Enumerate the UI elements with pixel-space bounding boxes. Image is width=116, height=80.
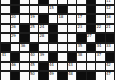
white-cell-r6c2[interactable] <box>20 52 30 62</box>
white-cell-r8c0[interactable] <box>1 71 11 80</box>
clue-number: 37 <box>97 53 102 58</box>
white-cell-r7c6[interactable] <box>58 62 68 72</box>
white-cell-r7c0[interactable] <box>1 62 11 72</box>
crossword-screenshot: 1115122019181716262524232221292827363534… <box>0 0 115 80</box>
clue-number: 22 <box>97 25 102 30</box>
white-cell-r2c2[interactable] <box>20 14 30 24</box>
white-cell-r5c1[interactable] <box>11 43 21 53</box>
white-cell-r5c10[interactable]: 34 <box>96 43 106 53</box>
white-cell-r6c9[interactable] <box>87 52 97 62</box>
white-cell-r4c1[interactable]: 29 <box>11 33 21 43</box>
white-cell-r1c5[interactable]: 15 <box>49 5 59 15</box>
white-cell-r6c4[interactable]: 39 <box>39 52 49 62</box>
black-cell-r8c9 <box>87 71 97 80</box>
white-cell-r5c8[interactable]: 35 <box>77 43 87 53</box>
white-cell-r7c1[interactable]: 46 <box>11 62 21 72</box>
white-cell-r8c3[interactable]: 50 <box>30 71 40 80</box>
white-cell-r3c0[interactable] <box>1 24 11 34</box>
clue-number: 24 <box>40 25 45 30</box>
black-cell-r6c11 <box>106 52 116 62</box>
white-cell-r3c4[interactable]: 24 <box>39 24 49 34</box>
black-cell-r1c6 <box>58 5 68 15</box>
white-cell-r3c11[interactable]: 21 <box>106 24 116 34</box>
white-cell-r8c11[interactable]: 47 <box>106 71 116 80</box>
clue-number: 39 <box>40 53 45 58</box>
white-cell-r8c10[interactable] <box>96 71 106 80</box>
black-cell-r6c7 <box>68 52 78 62</box>
black-cell-r5c0 <box>1 43 11 53</box>
clue-number: 46 <box>11 63 16 68</box>
crossword-grid: 1115122019181716262524232221292827363534… <box>0 0 115 80</box>
white-cell-r2c10[interactable] <box>96 14 106 24</box>
white-cell-r6c3[interactable]: 40 <box>30 52 40 62</box>
white-cell-r2c8[interactable]: 17 <box>77 14 87 24</box>
white-cell-r7c11[interactable]: 42 <box>106 62 116 72</box>
clue-number: 42 <box>106 63 111 68</box>
clue-number: 25 <box>30 25 35 30</box>
white-cell-r1c11[interactable]: 12 <box>106 5 116 15</box>
white-cell-r1c10[interactable] <box>96 5 106 15</box>
white-cell-r7c5[interactable]: 44 <box>49 62 59 72</box>
white-cell-r6c0[interactable]: 41 <box>1 52 11 62</box>
black-cell-r4c2 <box>20 33 30 43</box>
black-cell-r6c5 <box>49 52 59 62</box>
black-cell-r1c9 <box>87 5 97 15</box>
clue-number: 18 <box>59 15 64 20</box>
white-cell-r2c3[interactable]: 19 <box>30 14 40 24</box>
white-cell-r8c2[interactable] <box>20 71 30 80</box>
white-cell-r1c3[interactable] <box>30 5 40 15</box>
black-cell-r5c3 <box>30 43 40 53</box>
clue-number: 27 <box>87 34 92 39</box>
black-cell-r1c1 <box>11 5 21 15</box>
clue-number: 28 <box>40 34 45 39</box>
white-cell-r8c5[interactable]: 49 <box>49 71 59 80</box>
white-cell-r5c4[interactable] <box>39 43 49 53</box>
white-cell-r4c9[interactable]: 27 <box>87 33 97 43</box>
clue-number: 44 <box>49 63 54 68</box>
black-cell-r2c4 <box>39 14 49 24</box>
white-cell-r1c0[interactable] <box>1 5 11 15</box>
black-cell-r4c10 <box>96 33 106 43</box>
clue-number: 34 <box>97 44 102 49</box>
white-cell-r6c10[interactable]: 37 <box>96 52 106 62</box>
white-cell-r7c8[interactable] <box>77 62 87 72</box>
white-cell-r5c2[interactable]: 36 <box>20 43 30 53</box>
white-cell-r6c6[interactable] <box>58 52 68 62</box>
white-cell-r7c9[interactable] <box>87 62 97 72</box>
clue-number: 21 <box>106 25 111 30</box>
clue-number: 45 <box>30 63 35 68</box>
black-cell-r6c1 <box>11 52 21 62</box>
white-cell-r2c0[interactable] <box>1 14 11 24</box>
clue-number: 17 <box>78 15 83 20</box>
black-cell-r8c1 <box>11 71 21 80</box>
white-cell-r7c3[interactable]: 45 <box>30 62 40 72</box>
clue-number: 43 <box>68 63 73 68</box>
black-cell-r3c5 <box>49 24 59 34</box>
black-cell-r2c9 <box>87 14 97 24</box>
white-cell-r3c10[interactable]: 22 <box>96 24 106 34</box>
white-cell-r1c4[interactable] <box>39 5 49 15</box>
white-cell-r2c6[interactable]: 18 <box>58 14 68 24</box>
clue-number: 20 <box>11 15 16 20</box>
white-cell-r4c4[interactable]: 28 <box>39 33 49 43</box>
clue-number: 47 <box>106 72 111 77</box>
clue-number: 33 <box>106 44 111 49</box>
white-cell-r1c8[interactable] <box>77 5 87 15</box>
white-cell-r2c1[interactable]: 20 <box>11 14 21 24</box>
black-cell-r3c9 <box>87 24 97 34</box>
black-cell-r8c4 <box>39 71 49 80</box>
white-cell-r6c8[interactable]: 38 <box>77 52 87 62</box>
clue-number: 12 <box>106 6 111 11</box>
black-cell-r4c11 <box>106 33 116 43</box>
clue-number: 41 <box>2 53 7 58</box>
white-cell-r1c7[interactable] <box>68 5 78 15</box>
white-cell-r4c3[interactable] <box>30 33 40 43</box>
white-cell-r3c7[interactable] <box>68 24 78 34</box>
white-cell-r5c7[interactable] <box>68 43 78 53</box>
white-cell-r8c7[interactable]: 48 <box>68 71 78 80</box>
black-cell-r4c8 <box>77 33 87 43</box>
clue-number: 49 <box>49 72 54 77</box>
black-cell-r8c6 <box>58 71 68 80</box>
white-cell-r4c0[interactable] <box>1 33 11 43</box>
white-cell-r3c8[interactable]: 23 <box>77 24 87 34</box>
white-cell-r4c6[interactable] <box>58 33 68 43</box>
white-cell-r3c1[interactable]: 26 <box>11 24 21 34</box>
white-cell-r5c11[interactable]: 33 <box>106 43 116 53</box>
clue-number: 23 <box>78 25 83 30</box>
clue-number: 35 <box>78 44 83 49</box>
white-cell-r5c5[interactable] <box>49 43 59 53</box>
clue-number: 50 <box>30 72 35 77</box>
white-cell-r5c6[interactable] <box>58 43 68 53</box>
clue-number: 26 <box>11 25 16 30</box>
black-cell-r4c5 <box>49 33 59 43</box>
clue-number: 15 <box>49 6 54 11</box>
black-cell-r7c4 <box>39 62 49 72</box>
white-cell-r7c2[interactable] <box>20 62 30 72</box>
clue-number: 11 <box>106 0 111 4</box>
clue-number: 19 <box>30 15 35 20</box>
clue-number: 48 <box>68 72 73 77</box>
black-cell-r8c8 <box>77 71 87 80</box>
black-cell-r5c9 <box>87 43 97 53</box>
clue-number: 36 <box>21 44 26 49</box>
white-cell-r7c10[interactable] <box>96 62 106 72</box>
white-cell-r3c6[interactable] <box>58 24 68 34</box>
clue-number: 40 <box>30 53 35 58</box>
clue-number: 29 <box>11 34 16 39</box>
white-cell-r3c3[interactable]: 25 <box>30 24 40 34</box>
white-cell-r1c2[interactable] <box>20 5 30 15</box>
white-cell-r2c11[interactable]: 16 <box>106 14 116 24</box>
white-cell-r2c5[interactable] <box>49 14 59 24</box>
white-cell-r2c7[interactable] <box>68 14 78 24</box>
clue-number: 38 <box>78 53 83 58</box>
white-cell-r4c7[interactable] <box>68 33 78 43</box>
black-cell-r3c2 <box>20 24 30 34</box>
clue-number: 16 <box>106 15 111 20</box>
white-cell-r7c7[interactable]: 43 <box>68 62 78 72</box>
